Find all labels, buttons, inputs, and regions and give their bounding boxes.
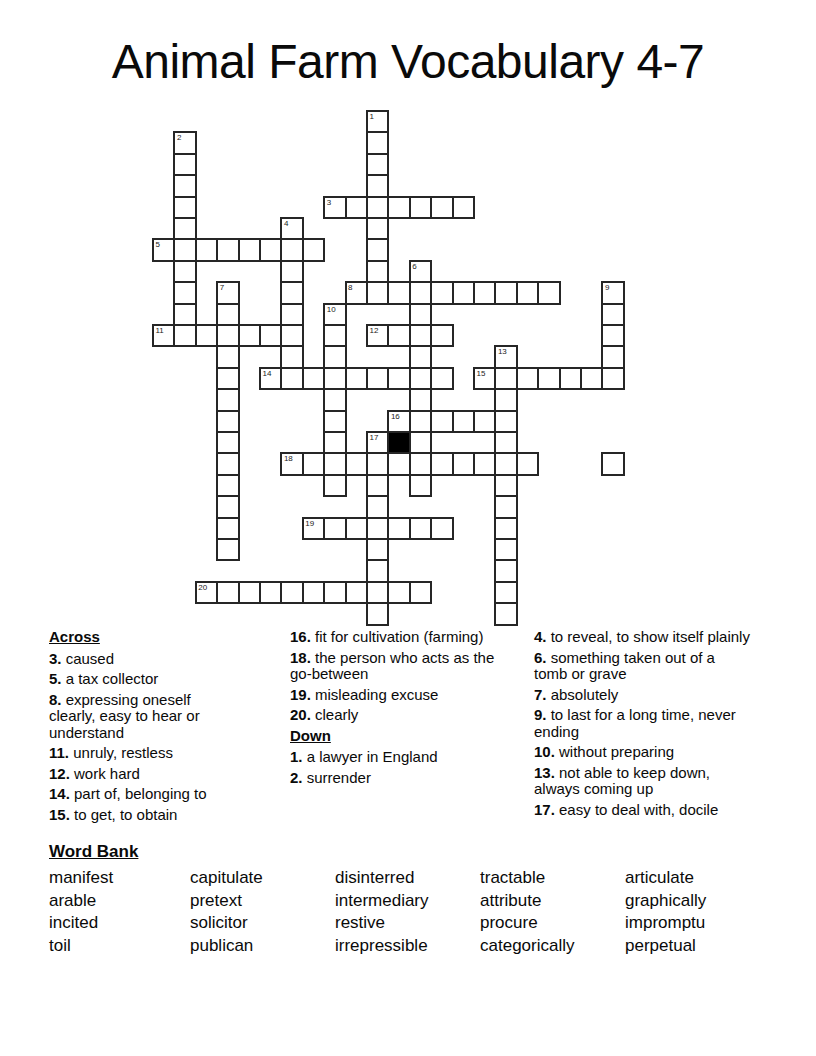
crossword-cell	[409, 410, 432, 433]
crossword-cell	[323, 388, 346, 411]
clue-number: 8.	[49, 691, 62, 708]
clue-across-3: 3. caused	[49, 651, 241, 668]
crossword-cell	[516, 281, 539, 304]
clue-text: without preparing	[555, 743, 674, 760]
crossword-cell	[387, 517, 410, 540]
crossword-cell	[473, 410, 496, 433]
clue-number: 1.	[290, 748, 303, 765]
clue-text: the person who acts as the go-between	[290, 649, 494, 683]
crossword-cell	[216, 303, 239, 326]
cell-number: 5	[156, 240, 160, 249]
crossword-cell: 8	[345, 281, 368, 304]
clue-number: 18.	[290, 649, 311, 666]
black-cell	[387, 431, 410, 454]
clue-down-2: 2. surrender	[290, 770, 498, 787]
word-bank-list: manifestarableincitedtoilcapitulateprete…	[49, 867, 765, 957]
crossword-cell: 19	[302, 517, 325, 540]
crossword-cell	[173, 281, 196, 304]
cell-number: 18	[284, 454, 293, 463]
crossword-cell	[216, 581, 239, 604]
crossword-cell	[238, 324, 261, 347]
crossword-cell	[323, 367, 346, 390]
clue-across-14: 14. part of, belonging to	[49, 786, 241, 803]
cell-number: 20	[198, 583, 207, 592]
crossword-cell	[216, 495, 239, 518]
clue-text: absolutely	[547, 686, 619, 703]
cell-number: 2	[177, 133, 181, 142]
clue-down-10: 10. without preparing	[534, 744, 750, 761]
cell-number: 11	[156, 326, 164, 335]
clues-column-1: Across3. caused5. a tax collector8. expr…	[49, 629, 241, 827]
clue-down-7: 7. absolutely	[534, 687, 750, 704]
clue-text: expressing oneself clearly, easy to hear…	[49, 691, 200, 741]
clue-number: 17.	[534, 801, 555, 818]
clue-text: caused	[62, 650, 115, 667]
crossword-cell	[280, 281, 303, 304]
crossword-cell	[494, 388, 517, 411]
word-bank-item: impromptu	[625, 912, 765, 935]
word-bank-item: pretext	[190, 890, 335, 913]
crossword-cell	[238, 581, 261, 604]
crossword-cell	[473, 281, 496, 304]
clue-heading-across: Across	[49, 629, 241, 646]
crossword-cell	[430, 410, 453, 433]
crossword-cell	[409, 581, 432, 604]
clue-text: work hard	[70, 765, 140, 782]
crossword-cell	[430, 196, 453, 219]
word-bank-item: toil	[49, 935, 190, 958]
crossword-cell	[473, 452, 496, 475]
crossword-cell	[366, 474, 389, 497]
crossword-cell	[280, 324, 303, 347]
crossword-cell	[323, 452, 346, 475]
crossword-cell	[280, 303, 303, 326]
clue-across-11: 11. unruly, restless	[49, 745, 241, 762]
crossword-cell	[580, 367, 603, 390]
crossword-cell	[387, 367, 410, 390]
crossword-cell	[366, 581, 389, 604]
cell-number: 10	[327, 305, 336, 314]
cell-number: 6	[412, 262, 416, 271]
word-bank-item: tractable	[480, 867, 625, 890]
word-bank-item: articulate	[625, 867, 765, 890]
crossword-cell	[409, 196, 432, 219]
crossword-cell: 9	[601, 281, 624, 304]
crossword-cell	[452, 452, 475, 475]
clue-text: to reveal, to show itself plainly	[547, 628, 750, 645]
clue-down-4: 4. to reveal, to show itself plainly	[534, 629, 750, 646]
crossword-cell	[302, 367, 325, 390]
crossword-cell	[366, 217, 389, 240]
crossword-cell	[601, 303, 624, 326]
clue-number: 19.	[290, 686, 311, 703]
crossword-cell	[280, 581, 303, 604]
crossword-cell: 7	[216, 281, 239, 304]
crossword-cell	[537, 281, 560, 304]
word-bank-item: irrepressible	[335, 935, 480, 958]
clue-number: 15.	[49, 806, 70, 823]
crossword-cell	[323, 431, 346, 454]
crossword-cell: 6	[409, 260, 432, 283]
crossword-cell	[216, 388, 239, 411]
crossword-cell: 10	[323, 303, 346, 326]
crossword-cell	[302, 238, 325, 261]
crossword-cell	[366, 559, 389, 582]
crossword-cell	[409, 517, 432, 540]
crossword-cell	[409, 367, 432, 390]
crossword-cell	[173, 196, 196, 219]
crossword-worksheet-page: Animal Farm Vocabulary 4-7 1234567891011…	[0, 0, 816, 1056]
page-title: Animal Farm Vocabulary 4-7	[0, 34, 816, 89]
crossword-cell	[345, 452, 368, 475]
crossword-cell	[366, 131, 389, 154]
crossword-cell	[366, 538, 389, 561]
word-bank-item: publican	[190, 935, 335, 958]
crossword-cell	[216, 367, 239, 390]
crossword-cell	[430, 452, 453, 475]
word-bank-heading: Word Bank	[49, 842, 138, 862]
crossword-cell	[173, 303, 196, 326]
crossword-cell	[409, 345, 432, 368]
cell-number: 8	[348, 283, 352, 292]
crossword-cell: 18	[280, 452, 303, 475]
cell-number: 19	[305, 519, 314, 528]
clues-column-2: 16. fit for cultivation (farming)18. the…	[290, 629, 498, 790]
clue-text: something taken out of a tomb or grave	[534, 649, 715, 683]
crossword-cell	[366, 517, 389, 540]
word-bank-item: procure	[480, 912, 625, 935]
clue-text: surrender	[303, 769, 371, 786]
cell-number: 17	[370, 433, 379, 442]
crossword-cell: 20	[195, 581, 218, 604]
clue-down-13: 13. not able to keep down, always coming…	[534, 765, 750, 798]
clue-across-8: 8. expressing oneself clearly, easy to h…	[49, 692, 241, 742]
crossword-cell: 17	[366, 431, 389, 454]
crossword-cell	[494, 581, 517, 604]
cell-number: 14	[263, 369, 272, 378]
cell-number: 7	[220, 283, 224, 292]
word-bank-item: perpetual	[625, 935, 765, 958]
crossword-cell	[601, 452, 624, 475]
crossword-cell	[601, 324, 624, 347]
crossword-cell	[559, 367, 582, 390]
crossword-cell	[173, 217, 196, 240]
clue-across-18: 18. the person who acts as the go-betwee…	[290, 650, 498, 683]
crossword-cell	[601, 345, 624, 368]
crossword-cell	[323, 324, 346, 347]
crossword-cell	[366, 367, 389, 390]
crossword-cell	[452, 281, 475, 304]
crossword-cell	[516, 367, 539, 390]
clue-number: 5.	[49, 670, 62, 687]
crossword-cell	[409, 324, 432, 347]
clue-text: unruly, restless	[69, 744, 173, 761]
word-bank-item: disinterred	[335, 867, 480, 890]
clue-heading-down: Down	[290, 728, 498, 745]
clue-number: 11.	[49, 744, 69, 761]
cell-number: 3	[327, 198, 331, 207]
crossword-cell	[494, 602, 517, 625]
crossword-cell	[216, 345, 239, 368]
clue-text: to get, to obtain	[70, 806, 178, 823]
crossword-cell	[537, 367, 560, 390]
clue-text: not able to keep down, always coming up	[534, 764, 710, 798]
crossword-cell	[430, 281, 453, 304]
cell-number: 9	[605, 283, 609, 292]
crossword-cell	[280, 238, 303, 261]
clue-down-17: 17. easy to deal with, docile	[534, 802, 750, 819]
crossword-cell	[323, 474, 346, 497]
crossword-cell	[366, 238, 389, 261]
crossword-cell	[216, 238, 239, 261]
crossword-cell	[430, 367, 453, 390]
crossword-cell: 3	[323, 196, 346, 219]
crossword-cell	[494, 281, 517, 304]
crossword-cell: 13	[494, 345, 517, 368]
crossword-cell	[173, 153, 196, 176]
crossword-cell	[216, 517, 239, 540]
crossword-cell	[302, 581, 325, 604]
crossword-cell	[345, 517, 368, 540]
clue-number: 12.	[49, 765, 70, 782]
crossword-cell	[409, 431, 432, 454]
crossword-cell	[216, 410, 239, 433]
word-bank-item: arable	[49, 890, 190, 913]
cell-number: 15	[477, 369, 486, 378]
clue-text: easy to deal with, docile	[555, 801, 718, 818]
crossword-cell: 14	[259, 367, 282, 390]
crossword-cell	[323, 517, 346, 540]
crossword-cell	[601, 367, 624, 390]
cell-number: 4	[284, 219, 288, 228]
crossword-cell	[216, 452, 239, 475]
crossword-cell	[387, 452, 410, 475]
crossword-cell	[494, 452, 517, 475]
word-bank-item: graphically	[625, 890, 765, 913]
crossword-cell	[494, 517, 517, 540]
crossword-cell	[345, 581, 368, 604]
clue-across-19: 19. misleading excuse	[290, 687, 498, 704]
crossword-cell: 15	[473, 367, 496, 390]
crossword-cell	[494, 410, 517, 433]
clue-text: a lawyer in England	[303, 748, 438, 765]
clue-across-16: 16. fit for cultivation (farming)	[290, 629, 498, 646]
crossword-cell	[409, 281, 432, 304]
crossword-cell	[173, 260, 196, 283]
clue-text: fit for cultivation (farming)	[311, 628, 484, 645]
word-bank-item: intermediary	[335, 890, 480, 913]
crossword-cell	[366, 452, 389, 475]
crossword-cell: 12	[366, 324, 389, 347]
crossword-cell	[259, 324, 282, 347]
clue-number: 13.	[534, 764, 555, 781]
clue-text: to last for a long time, never ending	[534, 706, 736, 740]
crossword-cell	[430, 324, 453, 347]
crossword-cell	[173, 324, 196, 347]
crossword-cell	[494, 559, 517, 582]
clue-text: part of, belonging to	[70, 785, 207, 802]
crossword-cell	[173, 174, 196, 197]
clue-down-6: 6. something taken out of a tomb or grav…	[534, 650, 750, 683]
clue-text: clearly	[311, 706, 359, 723]
clue-number: 7.	[534, 686, 547, 703]
word-bank-item: capitulate	[190, 867, 335, 890]
crossword-cell	[323, 410, 346, 433]
clue-number: 14.	[49, 785, 70, 802]
crossword-cell	[173, 238, 196, 261]
crossword-cell	[366, 174, 389, 197]
crossword-cell	[366, 495, 389, 518]
word-bank-item: categorically	[480, 935, 625, 958]
cell-number: 16	[391, 412, 400, 421]
word-bank-item: attribute	[480, 890, 625, 913]
cell-number: 1	[370, 112, 374, 121]
crossword-cell	[494, 431, 517, 454]
clues-column-3: 4. to reveal, to show itself plainly6. s…	[534, 629, 750, 822]
cell-number: 13	[498, 347, 507, 356]
crossword-cell	[387, 196, 410, 219]
crossword-cell	[323, 581, 346, 604]
crossword-cell: 4	[280, 217, 303, 240]
crossword-cell	[366, 260, 389, 283]
crossword-cell	[387, 324, 410, 347]
crossword-cell	[366, 153, 389, 176]
word-bank-item: solicitor	[190, 912, 335, 935]
crossword-cell: 1	[366, 110, 389, 133]
clue-down-9: 9. to last for a long time, never ending	[534, 707, 750, 740]
crossword-cell	[409, 452, 432, 475]
crossword-cell	[323, 345, 346, 368]
crossword-cell	[345, 367, 368, 390]
crossword-cell	[216, 431, 239, 454]
clue-number: 20.	[290, 706, 311, 723]
word-bank-item: manifest	[49, 867, 190, 890]
crossword-cell	[452, 196, 475, 219]
crossword-cell	[494, 538, 517, 561]
crossword-cell	[366, 281, 389, 304]
clue-number: 4.	[534, 628, 547, 645]
crossword-cell	[216, 324, 239, 347]
crossword-cell	[409, 388, 432, 411]
crossword-cell	[387, 581, 410, 604]
crossword-cell	[302, 452, 325, 475]
crossword-cell: 2	[173, 131, 196, 154]
crossword-cell	[366, 196, 389, 219]
crossword-cell	[280, 260, 303, 283]
crossword-cell	[387, 281, 410, 304]
crossword-cell	[280, 345, 303, 368]
clue-text: a tax collector	[62, 670, 159, 687]
clue-across-20: 20. clearly	[290, 707, 498, 724]
crossword-cell	[238, 238, 261, 261]
clue-across-15: 15. to get, to obtain	[49, 807, 241, 824]
clue-number: 3.	[49, 650, 62, 667]
crossword-cell	[259, 581, 282, 604]
clue-number: 16.	[290, 628, 311, 645]
crossword-cell	[409, 303, 432, 326]
crossword-cell	[452, 410, 475, 433]
crossword-cell	[280, 367, 303, 390]
crossword-cell	[259, 238, 282, 261]
crossword-cell	[409, 474, 432, 497]
crossword-cell	[216, 474, 239, 497]
crossword-cell: 16	[387, 410, 410, 433]
crossword-cell: 5	[152, 238, 175, 261]
cell-number: 12	[370, 326, 379, 335]
clue-across-5: 5. a tax collector	[49, 671, 241, 688]
clue-number: 10.	[534, 743, 555, 760]
crossword-cell	[494, 495, 517, 518]
crossword-cell	[195, 324, 218, 347]
crossword-cell	[366, 602, 389, 625]
crossword-cell	[216, 538, 239, 561]
crossword-cell	[345, 196, 368, 219]
crossword-cell	[195, 238, 218, 261]
word-bank-item: restive	[335, 912, 480, 935]
clue-across-12: 12. work hard	[49, 766, 241, 783]
clue-number: 6.	[534, 649, 547, 666]
clue-number: 2.	[290, 769, 303, 786]
crossword-cell: 11	[152, 324, 175, 347]
crossword-cell	[494, 367, 517, 390]
crossword-cell	[494, 474, 517, 497]
crossword-cell	[430, 517, 453, 540]
clue-text: misleading excuse	[311, 686, 439, 703]
crossword-cell	[516, 452, 539, 475]
word-bank-item: incited	[49, 912, 190, 935]
clue-number: 9.	[534, 706, 547, 723]
clue-down-1: 1. a lawyer in England	[290, 749, 498, 766]
